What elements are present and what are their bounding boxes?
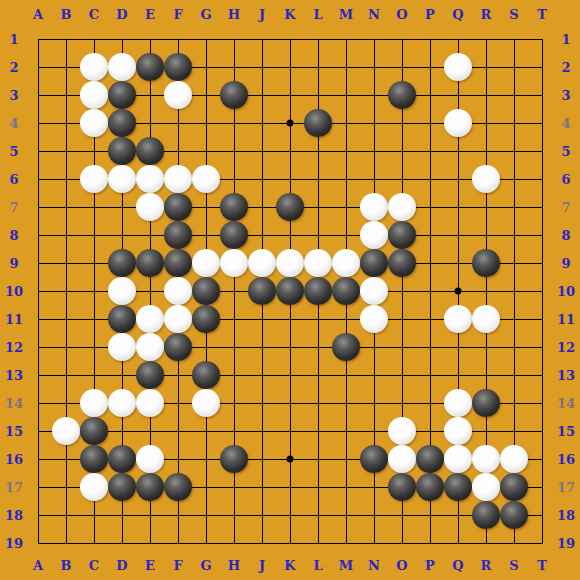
- row-label-right-15: 15: [557, 425, 575, 438]
- black-stone-E17: [136, 473, 164, 501]
- white-stone-S16: [500, 445, 528, 473]
- col-label-top-N: N: [368, 8, 380, 21]
- white-stone-D2: [108, 53, 136, 81]
- col-label-bottom-S: S: [509, 559, 518, 572]
- black-stone-R14: [472, 389, 500, 417]
- white-stone-F10: [164, 277, 192, 305]
- col-label-bottom-H: H: [228, 559, 240, 572]
- black-stone-E9: [136, 249, 164, 277]
- col-label-top-K: K: [284, 8, 295, 21]
- white-stone-K9: [276, 249, 304, 277]
- col-label-top-L: L: [313, 8, 322, 21]
- black-stone-C15: [80, 417, 108, 445]
- col-label-bottom-G: G: [200, 559, 211, 572]
- col-label-bottom-J: J: [259, 559, 265, 572]
- black-stone-E5: [136, 137, 164, 165]
- col-label-top-M: M: [339, 8, 353, 21]
- col-label-bottom-Q: Q: [452, 559, 463, 572]
- row-label-left-8: 8: [9, 229, 18, 242]
- star-point-Q10: [455, 288, 462, 295]
- star-point-K4: [287, 120, 294, 127]
- col-label-top-A: A: [33, 8, 43, 21]
- row-label-right-4: 4: [561, 117, 570, 130]
- black-stone-F7: [164, 193, 192, 221]
- black-stone-M10: [332, 277, 360, 305]
- black-stone-H7: [220, 193, 248, 221]
- row-label-right-16: 16: [557, 453, 575, 466]
- white-stone-E14: [136, 389, 164, 417]
- row-label-left-5: 5: [9, 145, 18, 158]
- white-stone-F11: [164, 305, 192, 333]
- black-stone-D11: [108, 305, 136, 333]
- row-label-right-13: 13: [557, 369, 575, 382]
- black-stone-D9: [108, 249, 136, 277]
- white-stone-N11: [360, 305, 388, 333]
- white-stone-R11: [472, 305, 500, 333]
- col-label-top-F: F: [173, 8, 182, 21]
- col-label-bottom-D: D: [116, 559, 127, 572]
- row-label-right-8: 8: [561, 229, 570, 242]
- row-label-right-12: 12: [557, 341, 575, 354]
- row-label-left-12: 12: [5, 341, 23, 354]
- white-stone-Q15: [444, 417, 472, 445]
- black-stone-L4: [304, 109, 332, 137]
- white-stone-J9: [248, 249, 276, 277]
- col-label-bottom-N: N: [368, 559, 380, 572]
- row-label-right-5: 5: [561, 145, 570, 158]
- white-stone-F6: [164, 165, 192, 193]
- row-label-left-19: 19: [5, 537, 23, 550]
- white-stone-R16: [472, 445, 500, 473]
- col-label-top-D: D: [116, 8, 127, 21]
- white-stone-E6: [136, 165, 164, 193]
- black-stone-G10: [192, 277, 220, 305]
- row-label-left-17: 17: [5, 481, 23, 494]
- col-label-top-E: E: [145, 8, 155, 21]
- row-label-right-10: 10: [557, 285, 575, 298]
- row-label-right-19: 19: [557, 537, 575, 550]
- black-stone-G13: [192, 361, 220, 389]
- white-stone-B15: [52, 417, 80, 445]
- col-label-bottom-R: R: [481, 559, 492, 572]
- row-label-left-7: 7: [9, 201, 18, 214]
- black-stone-E13: [136, 361, 164, 389]
- black-stone-H3: [220, 81, 248, 109]
- white-stone-D10: [108, 277, 136, 305]
- white-stone-O7: [388, 193, 416, 221]
- white-stone-C14: [80, 389, 108, 417]
- black-stone-O9: [388, 249, 416, 277]
- black-stone-N16: [360, 445, 388, 473]
- star-point-K16: [287, 456, 294, 463]
- white-stone-O15: [388, 417, 416, 445]
- black-stone-Q17: [444, 473, 472, 501]
- col-label-bottom-F: F: [173, 559, 182, 572]
- col-label-bottom-C: C: [89, 559, 99, 572]
- col-label-top-T: T: [537, 8, 547, 21]
- col-label-top-G: G: [200, 8, 211, 21]
- black-stone-M12: [332, 333, 360, 361]
- col-label-bottom-M: M: [339, 559, 353, 572]
- black-stone-D16: [108, 445, 136, 473]
- white-stone-Q4: [444, 109, 472, 137]
- white-stone-E16: [136, 445, 164, 473]
- col-label-bottom-P: P: [425, 559, 435, 572]
- black-stone-O8: [388, 221, 416, 249]
- black-stone-O17: [388, 473, 416, 501]
- white-stone-G6: [192, 165, 220, 193]
- white-stone-L9: [304, 249, 332, 277]
- black-stone-F9: [164, 249, 192, 277]
- row-label-right-14: 14: [557, 397, 575, 410]
- col-label-bottom-T: T: [537, 559, 547, 572]
- col-label-top-P: P: [425, 8, 435, 21]
- row-label-left-18: 18: [5, 509, 23, 522]
- white-stone-D6: [108, 165, 136, 193]
- row-label-left-13: 13: [5, 369, 23, 382]
- black-stone-D5: [108, 137, 136, 165]
- white-stone-Q2: [444, 53, 472, 81]
- row-label-right-6: 6: [561, 173, 570, 186]
- black-stone-J10: [248, 277, 276, 305]
- white-stone-G9: [192, 249, 220, 277]
- white-stone-R17: [472, 473, 500, 501]
- black-stone-D3: [108, 81, 136, 109]
- black-stone-R18: [472, 501, 500, 529]
- white-stone-C2: [80, 53, 108, 81]
- black-stone-F12: [164, 333, 192, 361]
- row-label-left-3: 3: [9, 89, 18, 102]
- black-stone-F2: [164, 53, 192, 81]
- col-label-top-H: H: [228, 8, 240, 21]
- black-stone-E2: [136, 53, 164, 81]
- white-stone-G14: [192, 389, 220, 417]
- white-stone-N8: [360, 221, 388, 249]
- black-stone-O3: [388, 81, 416, 109]
- black-stone-H16: [220, 445, 248, 473]
- white-stone-M9: [332, 249, 360, 277]
- black-stone-S17: [500, 473, 528, 501]
- col-label-top-R: R: [481, 8, 492, 21]
- white-stone-D14: [108, 389, 136, 417]
- row-label-right-18: 18: [557, 509, 575, 522]
- black-stone-D17: [108, 473, 136, 501]
- black-stone-C16: [80, 445, 108, 473]
- row-label-left-11: 11: [5, 313, 23, 326]
- col-label-bottom-K: K: [284, 559, 295, 572]
- white-stone-E12: [136, 333, 164, 361]
- white-stone-C6: [80, 165, 108, 193]
- row-label-left-4: 4: [9, 117, 18, 130]
- black-stone-P17: [416, 473, 444, 501]
- col-label-top-C: C: [89, 8, 99, 21]
- row-label-right-3: 3: [561, 89, 570, 102]
- white-stone-E11: [136, 305, 164, 333]
- white-stone-R6: [472, 165, 500, 193]
- col-label-top-Q: Q: [452, 8, 463, 21]
- white-stone-Q14: [444, 389, 472, 417]
- col-label-top-S: S: [509, 8, 518, 21]
- row-label-left-2: 2: [9, 61, 18, 74]
- row-label-left-10: 10: [5, 285, 23, 298]
- black-stone-N9: [360, 249, 388, 277]
- black-stone-L10: [304, 277, 332, 305]
- white-stone-D12: [108, 333, 136, 361]
- row-label-left-6: 6: [9, 173, 18, 186]
- col-label-top-B: B: [61, 8, 72, 21]
- white-stone-C3: [80, 81, 108, 109]
- row-label-left-9: 9: [9, 257, 18, 270]
- row-label-right-17: 17: [557, 481, 575, 494]
- white-stone-N7: [360, 193, 388, 221]
- white-stone-Q16: [444, 445, 472, 473]
- black-stone-K7: [276, 193, 304, 221]
- col-label-bottom-L: L: [313, 559, 322, 572]
- row-label-left-14: 14: [5, 397, 23, 410]
- row-label-right-2: 2: [561, 61, 570, 74]
- row-label-left-15: 15: [5, 425, 23, 438]
- col-label-bottom-O: O: [396, 559, 407, 572]
- row-label-right-11: 11: [557, 313, 575, 326]
- col-label-top-O: O: [396, 8, 407, 21]
- black-stone-G11: [192, 305, 220, 333]
- col-label-bottom-E: E: [145, 559, 155, 572]
- black-stone-H8: [220, 221, 248, 249]
- white-stone-O16: [388, 445, 416, 473]
- white-stone-C17: [80, 473, 108, 501]
- white-stone-H9: [220, 249, 248, 277]
- row-label-right-7: 7: [561, 201, 570, 214]
- go-board: AABBCCDDEEFFGGHHJJKKLLMMNNOOPPQQRRSSTT11…: [0, 0, 580, 580]
- white-stone-N10: [360, 277, 388, 305]
- black-stone-K10: [276, 277, 304, 305]
- black-stone-F17: [164, 473, 192, 501]
- black-stone-F8: [164, 221, 192, 249]
- white-stone-F3: [164, 81, 192, 109]
- white-stone-C4: [80, 109, 108, 137]
- col-label-bottom-A: A: [33, 559, 43, 572]
- row-label-left-16: 16: [5, 453, 23, 466]
- black-stone-R9: [472, 249, 500, 277]
- black-stone-P16: [416, 445, 444, 473]
- row-label-left-1: 1: [9, 33, 18, 46]
- row-label-right-1: 1: [561, 33, 570, 46]
- black-stone-D4: [108, 109, 136, 137]
- col-label-top-J: J: [259, 8, 265, 21]
- white-stone-Q11: [444, 305, 472, 333]
- white-stone-E7: [136, 193, 164, 221]
- black-stone-S18: [500, 501, 528, 529]
- col-label-bottom-B: B: [61, 559, 72, 572]
- row-label-right-9: 9: [561, 257, 570, 270]
